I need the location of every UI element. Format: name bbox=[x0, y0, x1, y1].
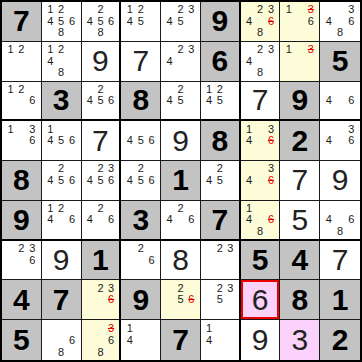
pencil-empty bbox=[135, 266, 146, 278]
pencil-empty bbox=[266, 67, 277, 79]
cell-r8c3[interactable]: 236 bbox=[82, 280, 122, 320]
cell-r6c5[interactable]: 246 bbox=[161, 201, 201, 241]
pencil-4: 4 bbox=[45, 135, 56, 147]
pencil-5: 5 bbox=[95, 175, 106, 187]
pencil-empty bbox=[146, 243, 157, 255]
pencil-empty bbox=[323, 225, 334, 236]
pencil-empty bbox=[164, 225, 175, 236]
pencil-empty bbox=[5, 135, 16, 147]
cell-r9c6[interactable]: 14 bbox=[201, 320, 241, 360]
pencil-marks: 1245 bbox=[121, 2, 160, 41]
cell-r2c8[interactable]: 13 bbox=[280, 42, 320, 82]
pencil-marks: 136 bbox=[2, 121, 41, 160]
cell-r3c1[interactable]: 126 bbox=[2, 82, 42, 122]
cell-r6c8[interactable]: 5 bbox=[280, 201, 320, 241]
pencil-empty bbox=[266, 186, 277, 198]
cell-value: 3 bbox=[132, 205, 149, 235]
pencil-1: 1 bbox=[5, 84, 16, 95]
pencil-5: 5 bbox=[214, 294, 225, 306]
pencil-empty bbox=[16, 106, 27, 117]
cell-value: 2 bbox=[291, 126, 308, 156]
pencil-2: 2 bbox=[135, 163, 146, 175]
cell-r4c4[interactable]: 456 bbox=[121, 121, 161, 161]
cell-value: 3 bbox=[53, 85, 70, 115]
pencil-empty bbox=[146, 4, 157, 16]
cell-r2c3[interactable]: 9 bbox=[82, 42, 122, 82]
cell-value: 9 bbox=[332, 165, 349, 195]
pencil-2: 2 bbox=[95, 203, 106, 214]
cell-r7c7[interactable]: 5 bbox=[241, 241, 281, 281]
cell-r3c4[interactable]: 8 bbox=[121, 82, 161, 122]
pencil-empty bbox=[45, 163, 56, 175]
pencil-empty bbox=[255, 55, 266, 67]
pencil-empty bbox=[164, 106, 175, 117]
cell-r4c8[interactable]: 2 bbox=[280, 121, 320, 161]
pencil-marks: 468 bbox=[320, 201, 360, 239]
cell-r3c7[interactable]: 7 bbox=[241, 82, 281, 122]
cell-r7c1[interactable]: 236 bbox=[2, 241, 42, 281]
pencil-4: 4 bbox=[204, 175, 215, 187]
pencil-empty bbox=[255, 186, 266, 198]
pencil-4: 4 bbox=[323, 135, 334, 147]
pencil-empty bbox=[67, 322, 78, 334]
cell-r7c3[interactable]: 1 bbox=[82, 241, 122, 281]
pencil-empty bbox=[95, 186, 106, 198]
pencil-empty bbox=[85, 225, 96, 236]
cell-r6c3[interactable]: 246 bbox=[82, 201, 122, 241]
cell-value: 5 bbox=[332, 46, 349, 76]
pencil-empty bbox=[56, 225, 67, 236]
pencil-empty bbox=[294, 67, 305, 79]
pencil-marks: 136 bbox=[280, 2, 319, 41]
pencil-8: 8 bbox=[56, 27, 67, 39]
cell-r2c7[interactable]: 2348 bbox=[241, 42, 281, 82]
pencil-3-eliminated: 3 bbox=[305, 4, 316, 16]
cell-r2c1[interactable]: 12 bbox=[2, 42, 42, 82]
pencil-empty bbox=[45, 27, 56, 39]
pencil-4: 4 bbox=[323, 16, 334, 28]
pencil-empty bbox=[186, 225, 197, 236]
cell-r3c3[interactable]: 2456 bbox=[82, 82, 122, 122]
pencil-3: 3 bbox=[266, 44, 277, 56]
pencil-empty bbox=[85, 27, 96, 39]
pencil-1: 1 bbox=[124, 322, 135, 334]
pencil-8: 8 bbox=[95, 27, 106, 39]
pencil-empty bbox=[45, 346, 56, 358]
pencil-2: 2 bbox=[175, 203, 186, 214]
cell-r7c5[interactable]: 8 bbox=[161, 241, 201, 281]
pencil-empty bbox=[124, 123, 135, 135]
cell-r1c7[interactable]: 23468 bbox=[241, 2, 281, 42]
cell-r4c6[interactable]: 8 bbox=[201, 121, 241, 161]
pencil-empty bbox=[45, 186, 56, 198]
pencil-empty bbox=[255, 147, 266, 159]
cell-r5c2[interactable]: 2456 bbox=[42, 161, 82, 201]
pencil-empty bbox=[334, 4, 345, 16]
pencil-marks: 2456 bbox=[82, 82, 120, 120]
cell-r4c3[interactable]: 7 bbox=[82, 121, 122, 161]
cell-r8c7[interactable]: 6 bbox=[241, 280, 281, 320]
pencil-empty bbox=[5, 95, 16, 106]
pencil-empty bbox=[334, 123, 345, 135]
pencil-3: 3 bbox=[27, 123, 38, 135]
pencil-5: 5 bbox=[56, 16, 67, 28]
cell-value: 5 bbox=[13, 325, 30, 355]
pencil-1: 1 bbox=[5, 44, 16, 56]
pencil-empty bbox=[204, 266, 215, 278]
pencil-empty bbox=[214, 306, 225, 318]
pencil-marks: 1468 bbox=[241, 201, 280, 239]
cell-r6c9[interactable]: 468 bbox=[320, 201, 360, 241]
pencil-4: 4 bbox=[244, 175, 255, 187]
pencil-empty bbox=[186, 106, 197, 117]
pencil-empty bbox=[146, 163, 157, 175]
pencil-4: 4 bbox=[85, 16, 96, 28]
pencil-empty bbox=[67, 44, 78, 56]
pencil-8: 8 bbox=[334, 225, 345, 236]
pencil-4: 4 bbox=[85, 175, 96, 187]
pencil-6: 6 bbox=[27, 135, 38, 147]
pencil-8: 8 bbox=[255, 225, 266, 236]
pencil-4: 4 bbox=[124, 16, 135, 28]
pencil-4: 4 bbox=[45, 214, 56, 225]
pencil-empty bbox=[27, 266, 38, 278]
cell-r7c6[interactable]: 23 bbox=[201, 241, 241, 281]
pencil-4: 4 bbox=[124, 334, 135, 346]
pencil-empty bbox=[225, 95, 236, 106]
cell-r6c7[interactable]: 1468 bbox=[241, 201, 281, 241]
cell-r1c8[interactable]: 136 bbox=[280, 2, 320, 42]
pencil-empty bbox=[67, 4, 78, 16]
cell-r5c7[interactable]: 346 bbox=[241, 161, 281, 201]
pencil-empty bbox=[175, 27, 186, 39]
cell-r4c2[interactable]: 1456 bbox=[42, 121, 82, 161]
pencil-empty bbox=[67, 55, 78, 67]
pencil-empty bbox=[225, 186, 236, 198]
pencil-empty bbox=[283, 16, 294, 28]
pencil-6-eliminated: 6 bbox=[186, 294, 197, 306]
pencil-empty bbox=[67, 163, 78, 175]
pencil-2: 2 bbox=[255, 44, 266, 56]
pencil-empty bbox=[56, 55, 67, 67]
pencil-empty bbox=[266, 225, 277, 236]
pencil-empty bbox=[225, 175, 236, 187]
cell-r5c4[interactable]: 2456 bbox=[121, 161, 161, 201]
pencil-6-eliminated: 6 bbox=[266, 135, 277, 147]
pencil-empty bbox=[214, 186, 225, 198]
pencil-empty bbox=[85, 282, 96, 294]
cell-r1c3[interactable]: 24568 bbox=[82, 2, 122, 42]
cell-r8c2[interactable]: 7 bbox=[42, 280, 82, 320]
cell-value: 9 bbox=[13, 205, 30, 235]
pencil-marks: 24568 bbox=[82, 2, 120, 41]
pencil-empty bbox=[45, 334, 56, 346]
pencil-4: 4 bbox=[164, 55, 175, 67]
cell-r5c8[interactable]: 7 bbox=[280, 161, 320, 201]
sudoku-board: 7124568245681245234592346813634681212489… bbox=[0, 0, 362, 362]
pencil-2: 2 bbox=[56, 203, 67, 214]
pencil-empty bbox=[146, 322, 157, 334]
pencil-5: 5 bbox=[175, 294, 186, 306]
pencil-empty bbox=[255, 135, 266, 147]
pencil-empty bbox=[146, 266, 157, 278]
cell-r9c5[interactable]: 7 bbox=[161, 320, 201, 360]
pencil-empty bbox=[95, 106, 106, 117]
pencil-empty bbox=[135, 334, 146, 346]
pencil-marks: 245 bbox=[161, 82, 200, 120]
cell-r9c7[interactable]: 9 bbox=[241, 320, 281, 360]
pencil-empty bbox=[255, 16, 266, 28]
pencil-empty bbox=[204, 106, 215, 117]
pencil-empty bbox=[225, 254, 236, 266]
cell-r1c4[interactable]: 1245 bbox=[121, 2, 161, 42]
cell-r1c6[interactable]: 9 bbox=[201, 2, 241, 42]
pencil-1: 1 bbox=[45, 123, 56, 135]
cell-value: 9 bbox=[211, 6, 228, 36]
pencil-5: 5 bbox=[135, 16, 146, 28]
pencil-empty bbox=[346, 225, 357, 236]
cell-value: 7 bbox=[92, 126, 109, 156]
pencil-empty bbox=[346, 27, 357, 39]
pencil-empty bbox=[334, 84, 345, 95]
pencil-6: 6 bbox=[346, 214, 357, 225]
pencil-marks: 1245 bbox=[201, 82, 239, 120]
cell-r3c2[interactable]: 3 bbox=[42, 82, 82, 122]
cell-r8c1[interactable]: 4 bbox=[2, 280, 42, 320]
pencil-1: 1 bbox=[45, 44, 56, 56]
pencil-empty bbox=[323, 4, 334, 16]
cell-value: 8 bbox=[172, 245, 189, 275]
pencil-empty bbox=[106, 186, 117, 198]
pencil-marks: 14 bbox=[121, 320, 160, 360]
pencil-4: 4 bbox=[85, 95, 96, 106]
cell-r1c9[interactable]: 3468 bbox=[320, 2, 360, 42]
pencil-empty bbox=[283, 27, 294, 39]
cell-r8c5[interactable]: 256 bbox=[161, 280, 201, 320]
cell-value: 8 bbox=[13, 165, 30, 195]
pencil-empty bbox=[175, 55, 186, 67]
pencil-marks: 126 bbox=[2, 82, 41, 120]
pencil-3: 3 bbox=[106, 282, 117, 294]
cell-r5c3[interactable]: 23456 bbox=[82, 161, 122, 201]
pencil-2: 2 bbox=[16, 243, 27, 255]
pencil-marks: 456 bbox=[121, 121, 160, 160]
pencil-empty bbox=[124, 346, 135, 358]
cell-value: 1 bbox=[92, 245, 109, 275]
pencil-1: 1 bbox=[124, 4, 135, 16]
cell-r8c6[interactable]: 235 bbox=[201, 280, 241, 320]
cell-r9c9[interactable]: 2 bbox=[320, 320, 360, 360]
cell-value: 9 bbox=[53, 245, 70, 275]
pencil-empty bbox=[5, 254, 16, 266]
pencil-5: 5 bbox=[56, 175, 67, 187]
pencil-marks: 346 bbox=[241, 161, 280, 200]
pencil-8: 8 bbox=[95, 346, 106, 358]
pencil-8: 8 bbox=[334, 27, 345, 39]
cell-r6c6[interactable]: 7 bbox=[201, 201, 241, 241]
pencil-empty bbox=[186, 95, 197, 106]
pencil-6: 6 bbox=[67, 175, 78, 187]
cell-r8c4[interactable]: 9 bbox=[121, 280, 161, 320]
pencil-empty bbox=[255, 163, 266, 175]
cell-r5c5[interactable]: 1 bbox=[161, 161, 201, 201]
cell-value: 4 bbox=[291, 245, 308, 275]
cell-r1c1[interactable]: 7 bbox=[2, 2, 42, 42]
cell-r3c9[interactable]: 46 bbox=[320, 82, 360, 122]
pencil-empty bbox=[85, 186, 96, 198]
pencil-empty bbox=[266, 27, 277, 39]
pencil-3: 3 bbox=[225, 243, 236, 255]
cell-r5c6[interactable]: 245 bbox=[201, 161, 241, 201]
pencil-empty bbox=[225, 106, 236, 117]
pencil-6: 6 bbox=[146, 135, 157, 147]
pencil-marks: 346 bbox=[320, 121, 360, 160]
pencil-empty bbox=[27, 147, 38, 159]
cell-r2c9[interactable]: 5 bbox=[320, 42, 360, 82]
pencil-2: 2 bbox=[135, 4, 146, 16]
pencil-6: 6 bbox=[146, 254, 157, 266]
pencil-empty bbox=[186, 27, 197, 39]
pencil-empty bbox=[106, 346, 117, 358]
pencil-empty bbox=[27, 67, 38, 79]
cell-r1c5[interactable]: 2345 bbox=[161, 2, 201, 42]
pencil-empty bbox=[56, 334, 67, 346]
pencil-empty bbox=[214, 266, 225, 278]
pencil-empty bbox=[27, 106, 38, 117]
cell-r4c5[interactable]: 9 bbox=[161, 121, 201, 161]
pencil-empty bbox=[214, 254, 225, 266]
cell-r2c5[interactable]: 234 bbox=[161, 42, 201, 82]
pencil-empty bbox=[45, 67, 56, 79]
pencil-empty bbox=[85, 4, 96, 16]
cell-r9c3[interactable]: 368 bbox=[82, 320, 122, 360]
cell-r9c2[interactable]: 68 bbox=[42, 320, 82, 360]
pencil-5: 5 bbox=[135, 175, 146, 187]
pencil-empty bbox=[214, 334, 225, 346]
pencil-empty bbox=[175, 225, 186, 236]
pencil-4: 4 bbox=[164, 95, 175, 106]
pencil-empty bbox=[334, 106, 345, 117]
pencil-empty bbox=[95, 334, 106, 346]
pencil-marks: 2345 bbox=[161, 2, 200, 41]
cell-r4c9[interactable]: 346 bbox=[320, 121, 360, 161]
pencil-empty bbox=[294, 27, 305, 39]
pencil-empty bbox=[244, 147, 255, 159]
pencil-4: 4 bbox=[204, 95, 215, 106]
pencil-4: 4 bbox=[85, 214, 96, 225]
cell-r6c4[interactable]: 3 bbox=[121, 201, 161, 241]
cell-r7c8[interactable]: 4 bbox=[280, 241, 320, 281]
pencil-2: 2 bbox=[56, 4, 67, 16]
pencil-4: 4 bbox=[45, 16, 56, 28]
pencil-empty bbox=[323, 106, 334, 117]
pencil-empty bbox=[106, 306, 117, 318]
pencil-empty bbox=[244, 186, 255, 198]
pencil-empty bbox=[56, 214, 67, 225]
cell-r8c8[interactable]: 8 bbox=[280, 280, 320, 320]
cell-r7c9[interactable]: 7 bbox=[320, 241, 360, 281]
cell-r6c2[interactable]: 1246 bbox=[42, 201, 82, 241]
pencil-empty bbox=[106, 225, 117, 236]
cell-r4c1[interactable]: 136 bbox=[2, 121, 42, 161]
pencil-empty bbox=[305, 27, 316, 39]
pencil-empty bbox=[106, 106, 117, 117]
pencil-3-eliminated: 3 bbox=[305, 44, 316, 56]
pencil-8: 8 bbox=[255, 67, 266, 79]
pencil-6-eliminated: 6 bbox=[266, 214, 277, 225]
pencil-5: 5 bbox=[175, 16, 186, 28]
pencil-empty bbox=[305, 55, 316, 67]
pencil-3: 3 bbox=[266, 163, 277, 175]
pencil-3: 3 bbox=[27, 243, 38, 255]
pencil-empty bbox=[106, 27, 117, 39]
pencil-empty bbox=[244, 4, 255, 16]
pencil-4: 4 bbox=[164, 16, 175, 28]
pencil-empty bbox=[56, 322, 67, 334]
cell-r3c6[interactable]: 1245 bbox=[201, 82, 241, 122]
cell-r3c5[interactable]: 245 bbox=[161, 82, 201, 122]
cell-r9c1[interactable]: 5 bbox=[2, 320, 42, 360]
pencil-empty bbox=[56, 147, 67, 159]
cell-value: 2 bbox=[332, 325, 349, 355]
cell-r2c4[interactable]: 7 bbox=[121, 42, 161, 82]
pencil-2: 2 bbox=[95, 163, 106, 175]
pencil-empty bbox=[225, 346, 236, 358]
cell-r5c1[interactable]: 8 bbox=[2, 161, 42, 201]
cell-r1c2[interactable]: 124568 bbox=[42, 2, 82, 42]
pencil-4: 4 bbox=[244, 16, 255, 28]
cell-r3c8[interactable]: 9 bbox=[280, 82, 320, 122]
pencil-empty bbox=[67, 123, 78, 135]
pencil-empty bbox=[5, 266, 16, 278]
pencil-empty bbox=[146, 334, 157, 346]
cell-r6c1[interactable]: 9 bbox=[2, 201, 42, 241]
pencil-empty bbox=[334, 203, 345, 214]
cell-r9c8[interactable]: 3 bbox=[280, 320, 320, 360]
pencil-empty bbox=[95, 225, 106, 236]
pencil-empty bbox=[294, 16, 305, 28]
pencil-6: 6 bbox=[346, 16, 357, 28]
pencil-empty bbox=[186, 282, 197, 294]
cell-r7c2[interactable]: 9 bbox=[42, 241, 82, 281]
pencil-empty bbox=[85, 334, 96, 346]
pencil-empty bbox=[334, 214, 345, 225]
pencil-empty bbox=[334, 135, 345, 147]
cell-r2c6[interactable]: 6 bbox=[201, 42, 241, 82]
cell-r5c9[interactable]: 9 bbox=[320, 161, 360, 201]
cell-r9c4[interactable]: 14 bbox=[121, 320, 161, 360]
pencil-empty bbox=[214, 322, 225, 334]
pencil-empty bbox=[255, 203, 266, 214]
pencil-empty bbox=[5, 67, 16, 79]
pencil-6: 6 bbox=[186, 214, 197, 225]
pencil-empty bbox=[214, 346, 225, 358]
cell-r4c7[interactable]: 1346 bbox=[241, 121, 281, 161]
pencil-empty bbox=[164, 27, 175, 39]
pencil-empty bbox=[146, 16, 157, 28]
cell-value: 7 bbox=[211, 205, 228, 235]
cell-value: 5 bbox=[252, 245, 269, 275]
pencil-empty bbox=[67, 225, 78, 236]
cell-r2c2[interactable]: 1248 bbox=[42, 42, 82, 82]
cell-value: 8 bbox=[211, 126, 228, 156]
cell-r8c9[interactable]: 1 bbox=[320, 280, 360, 320]
cell-r7c4[interactable]: 26 bbox=[121, 241, 161, 281]
pencil-empty bbox=[5, 55, 16, 67]
cell-value: 3 bbox=[291, 325, 308, 355]
pencil-empty bbox=[95, 322, 106, 334]
pencil-marks: 245 bbox=[201, 161, 239, 200]
